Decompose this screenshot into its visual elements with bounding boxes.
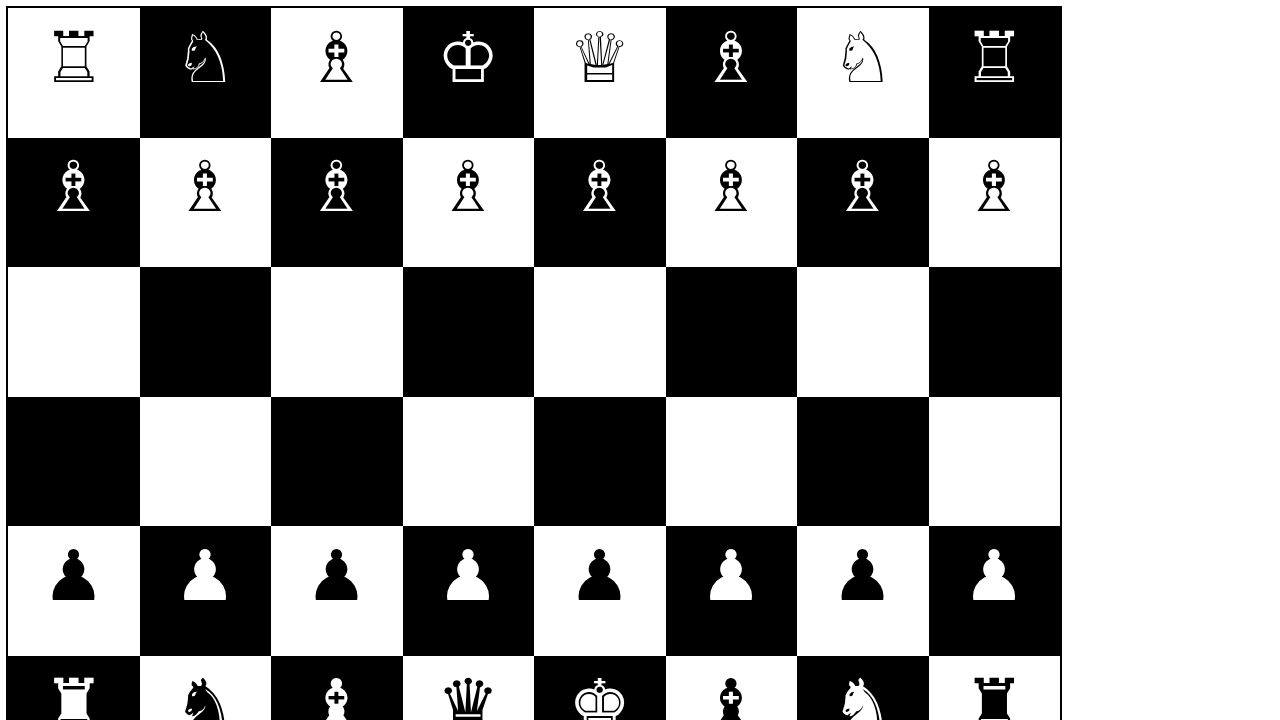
- square-e3[interactable]: ♚: [534, 656, 666, 720]
- piece-solid-pawn: ♟: [174, 541, 237, 611]
- piece-solid-rook: ♜: [963, 670, 1026, 720]
- piece-solid-rook: ♜: [42, 670, 105, 720]
- piece-outline-bishop: ♗: [305, 23, 368, 93]
- square-h8[interactable]: ♖: [929, 8, 1061, 138]
- piece-solid-king: ♚: [568, 670, 631, 720]
- piece-outline-bishop: ♗: [700, 152, 763, 222]
- piece-outline-bishop: ♗: [568, 152, 631, 222]
- square-f8[interactable]: ♗: [666, 8, 798, 138]
- square-g8[interactable]: ♘: [797, 8, 929, 138]
- square-g6[interactable]: [797, 267, 929, 397]
- square-c8[interactable]: ♗: [271, 8, 403, 138]
- square-b3[interactable]: ♞: [140, 656, 272, 720]
- square-c5[interactable]: [271, 397, 403, 527]
- piece-outline-bishop: ♗: [963, 152, 1026, 222]
- square-g5[interactable]: [797, 397, 929, 527]
- square-a4[interactable]: ♟: [8, 526, 140, 656]
- square-b4[interactable]: ♟: [140, 526, 272, 656]
- piece-solid-bishop: ♝: [700, 670, 763, 720]
- square-a7[interactable]: ♗: [8, 138, 140, 268]
- piece-solid-pawn: ♟: [437, 541, 500, 611]
- square-e6[interactable]: [534, 267, 666, 397]
- square-h7[interactable]: ♗: [929, 138, 1061, 268]
- piece-outline-king: ♔: [437, 23, 500, 93]
- square-c4[interactable]: ♟: [271, 526, 403, 656]
- square-c6[interactable]: [271, 267, 403, 397]
- piece-outline-bishop: ♗: [831, 152, 894, 222]
- square-d5[interactable]: [403, 397, 535, 527]
- square-h4[interactable]: ♟: [929, 526, 1061, 656]
- piece-solid-knight: ♞: [174, 670, 237, 720]
- piece-solid-queen: ♛: [437, 670, 500, 720]
- square-d4[interactable]: ♟: [403, 526, 535, 656]
- square-f6[interactable]: [666, 267, 798, 397]
- piece-outline-knight: ♘: [174, 23, 237, 93]
- square-f5[interactable]: [666, 397, 798, 527]
- square-f7[interactable]: ♗: [666, 138, 798, 268]
- square-g7[interactable]: ♗: [797, 138, 929, 268]
- piece-outline-bishop: ♗: [700, 23, 763, 93]
- chess-board: ♖♘♗♔♕♗♘♖♗♗♗♗♗♗♗♗♟♟♟♟♟♟♟♟♜♞♝♛♚♝♞♜: [6, 6, 1062, 720]
- square-d3[interactable]: ♛: [403, 656, 535, 720]
- piece-solid-pawn: ♟: [568, 541, 631, 611]
- square-a8[interactable]: ♖: [8, 8, 140, 138]
- square-g4[interactable]: ♟: [797, 526, 929, 656]
- square-e5[interactable]: [534, 397, 666, 527]
- square-h3[interactable]: ♜: [929, 656, 1061, 720]
- square-e8[interactable]: ♕: [534, 8, 666, 138]
- piece-outline-bishop: ♗: [305, 152, 368, 222]
- square-f4[interactable]: ♟: [666, 526, 798, 656]
- square-e4[interactable]: ♟: [534, 526, 666, 656]
- square-d7[interactable]: ♗: [403, 138, 535, 268]
- square-b5[interactable]: [140, 397, 272, 527]
- piece-solid-bishop: ♝: [305, 670, 368, 720]
- piece-solid-pawn: ♟: [831, 541, 894, 611]
- square-a6[interactable]: [8, 267, 140, 397]
- square-d6[interactable]: [403, 267, 535, 397]
- square-b8[interactable]: ♘: [140, 8, 272, 138]
- square-c3[interactable]: ♝: [271, 656, 403, 720]
- piece-solid-pawn: ♟: [42, 541, 105, 611]
- piece-outline-queen: ♕: [568, 23, 631, 93]
- piece-outline-bishop: ♗: [42, 152, 105, 222]
- piece-outline-knight: ♘: [831, 23, 894, 93]
- square-c7[interactable]: ♗: [271, 138, 403, 268]
- square-d8[interactable]: ♔: [403, 8, 535, 138]
- square-b7[interactable]: ♗: [140, 138, 272, 268]
- square-g3[interactable]: ♞: [797, 656, 929, 720]
- piece-solid-knight: ♞: [831, 670, 894, 720]
- square-f3[interactable]: ♝: [666, 656, 798, 720]
- piece-solid-pawn: ♟: [700, 541, 763, 611]
- square-h5[interactable]: [929, 397, 1061, 527]
- piece-solid-pawn: ♟: [963, 541, 1026, 611]
- piece-outline-bishop: ♗: [437, 152, 500, 222]
- square-h6[interactable]: [929, 267, 1061, 397]
- square-a3[interactable]: ♜: [8, 656, 140, 720]
- square-e7[interactable]: ♗: [534, 138, 666, 268]
- square-b6[interactable]: [140, 267, 272, 397]
- square-a5[interactable]: [8, 397, 140, 527]
- piece-outline-rook: ♖: [42, 23, 105, 93]
- piece-outline-bishop: ♗: [174, 152, 237, 222]
- piece-outline-rook: ♖: [963, 23, 1026, 93]
- piece-solid-pawn: ♟: [305, 541, 368, 611]
